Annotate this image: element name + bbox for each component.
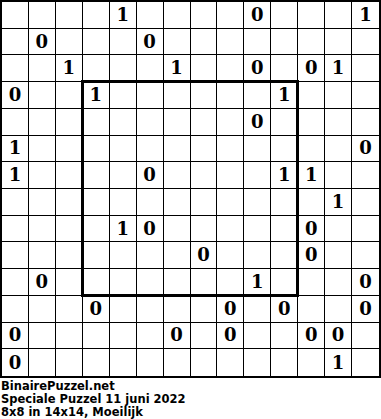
cell-r11c8[interactable]: 0 [217,296,244,323]
cell-r0c5[interactable] [137,2,164,29]
cell-r0c4[interactable]: 1 [110,2,137,29]
cell-r2c11[interactable]: 0 [298,55,325,82]
cell-r11c7[interactable] [191,296,218,323]
cell-r5c9[interactable] [244,136,271,163]
cell-r11c2[interactable] [56,296,83,323]
cell-r13c6[interactable] [164,349,191,376]
cell-r8c7[interactable] [191,216,218,243]
cell-r1c8[interactable] [217,29,244,56]
cell-r2c13[interactable] [352,55,379,82]
cell-r7c4[interactable] [110,189,137,216]
cell-r12c3[interactable] [83,323,110,350]
cell-r3c9[interactable] [244,82,271,109]
cell-r5c2[interactable] [56,136,83,163]
cell-r10c5[interactable] [137,269,164,296]
cell-r13c3[interactable] [83,349,110,376]
cell-r0c11[interactable] [298,2,325,29]
cell-r13c10[interactable] [271,349,298,376]
cell-r8c9[interactable] [244,216,271,243]
cell-r7c6[interactable] [164,189,191,216]
cell-r9c11[interactable]: 0 [298,242,325,269]
cell-r1c0[interactable] [2,29,29,56]
cell-r5c13[interactable]: 0 [352,136,379,163]
cell-r0c12[interactable] [325,2,352,29]
cell-r1c5[interactable]: 0 [137,29,164,56]
cell-r5c8[interactable] [217,136,244,163]
cell-r9c2[interactable] [56,242,83,269]
cell-r1c1[interactable]: 0 [29,29,56,56]
cell-r7c7[interactable] [191,189,218,216]
cell-r12c12[interactable]: 0 [325,323,352,350]
cell-r8c10[interactable] [271,216,298,243]
cell-r6c11[interactable]: 1 [298,162,325,189]
cell-r5c12[interactable] [325,136,352,163]
cell-r11c12[interactable] [325,296,352,323]
cell-r12c5[interactable] [137,323,164,350]
cell-r6c7[interactable] [191,162,218,189]
cell-r9c3[interactable] [83,242,110,269]
cell-r5c6[interactable] [164,136,191,163]
cell-r11c3[interactable]: 0 [83,296,110,323]
cell-r0c6[interactable] [164,2,191,29]
cell-r12c10[interactable] [271,323,298,350]
cell-r11c5[interactable] [137,296,164,323]
cell-r2c8[interactable] [217,55,244,82]
cell-r13c9[interactable] [244,349,271,376]
cell-r12c4[interactable] [110,323,137,350]
cell-r2c7[interactable] [191,55,218,82]
cell-r4c5[interactable] [137,109,164,136]
cell-r6c2[interactable] [56,162,83,189]
cell-r3c0[interactable]: 0 [2,82,29,109]
cell-r9c4[interactable] [110,242,137,269]
cell-r0c9[interactable]: 0 [244,2,271,29]
cell-r2c1[interactable] [29,55,56,82]
cell-r2c0[interactable] [2,55,29,82]
cell-r13c2[interactable] [56,349,83,376]
cell-r1c9[interactable] [244,29,271,56]
cell-r5c0[interactable]: 1 [2,136,29,163]
cell-r10c4[interactable] [110,269,137,296]
cell-r8c0[interactable] [2,216,29,243]
cell-r6c6[interactable] [164,162,191,189]
cell-r7c5[interactable] [137,189,164,216]
cell-r8c3[interactable] [83,216,110,243]
cell-r7c12[interactable]: 1 [325,189,352,216]
cell-r5c10[interactable] [271,136,298,163]
cell-r9c0[interactable] [2,242,29,269]
cell-r4c6[interactable] [164,109,191,136]
puzzle-meta: 8x8 in 14x14, Moeilijk [1,406,381,419]
cell-r6c9[interactable] [244,162,271,189]
cell-r2c4[interactable] [110,55,137,82]
cell-r3c11[interactable] [298,82,325,109]
cell-r4c4[interactable] [110,109,137,136]
cell-r8c1[interactable] [29,216,56,243]
cell-r1c12[interactable] [325,29,352,56]
cell-r10c2[interactable] [56,269,83,296]
cell-r10c10[interactable] [271,269,298,296]
cell-r7c2[interactable] [56,189,83,216]
cell-r13c4[interactable] [110,349,137,376]
cell-r11c11[interactable] [298,296,325,323]
cell-r4c8[interactable] [217,109,244,136]
cell-r3c2[interactable] [56,82,83,109]
cell-r6c4[interactable] [110,162,137,189]
cell-r3c5[interactable] [137,82,164,109]
cell-r4c9[interactable]: 0 [244,109,271,136]
cell-r4c12[interactable] [325,109,352,136]
cell-r10c11[interactable] [298,269,325,296]
cell-r6c3[interactable] [83,162,110,189]
cell-r6c1[interactable] [29,162,56,189]
cell-r11c6[interactable] [164,296,191,323]
cell-r1c7[interactable] [191,29,218,56]
cell-r10c3[interactable] [83,269,110,296]
cell-r5c11[interactable] [298,136,325,163]
cell-r12c1[interactable] [29,323,56,350]
cell-r13c11[interactable] [298,349,325,376]
cell-r6c13[interactable] [352,162,379,189]
cell-r11c1[interactable] [29,296,56,323]
cell-r10c8[interactable] [217,269,244,296]
cell-r7c3[interactable] [83,189,110,216]
cell-r10c12[interactable] [325,269,352,296]
cell-r7c8[interactable] [217,189,244,216]
cell-r10c7[interactable] [191,269,218,296]
cell-r7c11[interactable] [298,189,325,216]
cell-r9c9[interactable] [244,242,271,269]
cell-r11c10[interactable]: 0 [271,296,298,323]
cell-r9c8[interactable] [217,242,244,269]
cell-r9c10[interactable] [271,242,298,269]
cell-r7c10[interactable] [271,189,298,216]
cell-r13c0[interactable]: 0 [2,349,29,376]
cell-r0c10[interactable] [271,2,298,29]
cell-r3c4[interactable] [110,82,137,109]
cell-r4c13[interactable] [352,109,379,136]
caption: BinairePuzzel.net Speciale Puzzel 11 jun… [0,378,381,419]
cell-r4c10[interactable] [271,109,298,136]
cell-r0c13[interactable]: 1 [352,2,379,29]
puzzle-page: 1010011001011010101111000001000000000001… [0,0,381,419]
cell-r11c13[interactable]: 0 [352,296,379,323]
cell-r3c8[interactable] [217,82,244,109]
cell-r1c4[interactable] [110,29,137,56]
cell-r2c12[interactable]: 1 [325,55,352,82]
cell-r12c6[interactable]: 0 [164,323,191,350]
cell-r13c1[interactable] [29,349,56,376]
cell-r11c0[interactable] [2,296,29,323]
cell-r8c8[interactable] [217,216,244,243]
cell-r7c13[interactable] [352,189,379,216]
cell-r1c11[interactable] [298,29,325,56]
cell-r6c12[interactable] [325,162,352,189]
cell-r0c0[interactable] [2,2,29,29]
cell-r3c10[interactable]: 1 [271,82,298,109]
cell-r12c7[interactable] [191,323,218,350]
cell-r6c5[interactable]: 0 [137,162,164,189]
cell-r8c6[interactable] [164,216,191,243]
cell-r2c10[interactable] [271,55,298,82]
cell-r8c4[interactable]: 1 [110,216,137,243]
cell-r13c7[interactable] [191,349,218,376]
cell-r6c10[interactable]: 1 [271,162,298,189]
cell-r11c9[interactable] [244,296,271,323]
cell-r2c6[interactable]: 1 [164,55,191,82]
cell-r9c13[interactable] [352,242,379,269]
cell-r12c0[interactable]: 0 [2,323,29,350]
cell-r4c0[interactable] [2,109,29,136]
cell-r3c12[interactable] [325,82,352,109]
cell-r1c6[interactable] [164,29,191,56]
cell-r4c3[interactable] [83,109,110,136]
cell-r9c5[interactable] [137,242,164,269]
cell-r12c11[interactable]: 0 [298,323,325,350]
cell-r2c9[interactable]: 0 [244,55,271,82]
cell-r5c4[interactable] [110,136,137,163]
cell-r5c1[interactable] [29,136,56,163]
cell-r1c2[interactable] [56,29,83,56]
cell-r7c1[interactable] [29,189,56,216]
cell-r8c2[interactable] [56,216,83,243]
cell-r4c11[interactable] [298,109,325,136]
cell-r12c13[interactable] [352,323,379,350]
cell-r12c9[interactable] [244,323,271,350]
cell-r3c13[interactable] [352,82,379,109]
cell-r5c7[interactable] [191,136,218,163]
cell-r5c5[interactable] [137,136,164,163]
cell-r8c13[interactable] [352,216,379,243]
cell-r4c7[interactable] [191,109,218,136]
cell-r10c13[interactable]: 0 [352,269,379,296]
cell-r11c4[interactable] [110,296,137,323]
cell-r10c1[interactable]: 0 [29,269,56,296]
cell-r7c0[interactable] [2,189,29,216]
cell-r2c3[interactable] [83,55,110,82]
cell-r9c6[interactable] [164,242,191,269]
cell-r13c5[interactable] [137,349,164,376]
cell-r3c3[interactable]: 1 [83,82,110,109]
binary-puzzle-board: 1010011001011010101111000001000000000001 [0,0,381,378]
cell-r0c8[interactable] [217,2,244,29]
cell-r3c1[interactable] [29,82,56,109]
cell-r8c11[interactable]: 0 [298,216,325,243]
cell-r0c1[interactable] [29,2,56,29]
cell-r5c3[interactable] [83,136,110,163]
cell-r13c13[interactable] [352,349,379,376]
cell-r6c8[interactable] [217,162,244,189]
cell-r10c9[interactable]: 1 [244,269,271,296]
cell-r9c12[interactable] [325,242,352,269]
cell-r13c12[interactable]: 1 [325,349,352,376]
cell-r12c8[interactable]: 0 [217,323,244,350]
cell-r1c13[interactable] [352,29,379,56]
cell-r7c9[interactable] [244,189,271,216]
cell-r6c0[interactable]: 1 [2,162,29,189]
cell-r8c5[interactable]: 0 [137,216,164,243]
cell-r9c7[interactable]: 0 [191,242,218,269]
cell-r3c7[interactable] [191,82,218,109]
cell-r9c1[interactable] [29,242,56,269]
cell-r0c7[interactable] [191,2,218,29]
cell-r1c10[interactable] [271,29,298,56]
cell-r13c8[interactable] [217,349,244,376]
cell-r4c2[interactable] [56,109,83,136]
cell-r8c12[interactable] [325,216,352,243]
cell-r12c2[interactable] [56,323,83,350]
cell-r2c2[interactable]: 1 [56,55,83,82]
cell-r10c6[interactable] [164,269,191,296]
cell-r0c2[interactable] [56,2,83,29]
cell-r0c3[interactable] [83,2,110,29]
cell-r3c6[interactable] [164,82,191,109]
cell-r4c1[interactable] [29,109,56,136]
cell-r1c3[interactable] [83,29,110,56]
cell-r10c0[interactable] [2,269,29,296]
cell-r2c5[interactable] [137,55,164,82]
